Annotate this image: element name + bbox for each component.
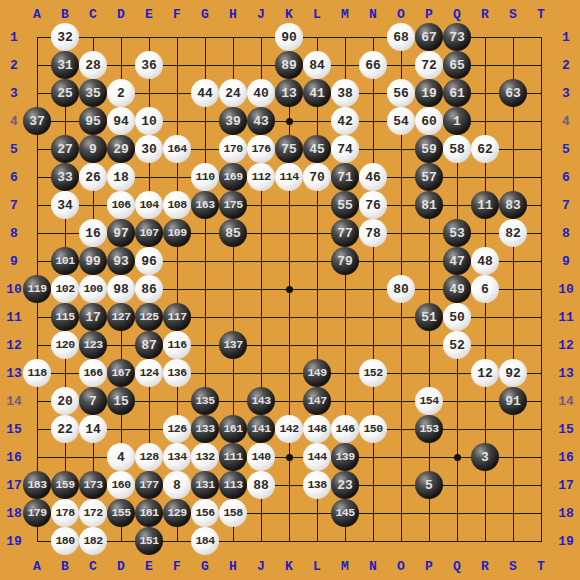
intersection[interactable] [443,443,471,471]
intersection[interactable]: 123 [79,331,107,359]
intersection[interactable]: 50 [443,303,471,331]
intersection[interactable] [23,51,51,79]
intersection[interactable]: 52 [443,331,471,359]
intersection[interactable]: 30 [135,135,163,163]
intersection[interactable]: 158 [219,499,247,527]
intersection[interactable]: 131 [191,471,219,499]
intersection[interactable]: 136 [163,359,191,387]
intersection[interactable] [499,107,527,135]
intersection[interactable]: 37 [23,107,51,135]
intersection[interactable] [163,23,191,51]
intersection[interactable]: 8 [163,471,191,499]
intersection[interactable] [303,107,331,135]
intersection[interactable]: 24 [219,79,247,107]
intersection[interactable] [415,443,443,471]
intersection[interactable] [387,219,415,247]
intersection[interactable] [51,107,79,135]
intersection[interactable]: 75 [275,135,303,163]
intersection[interactable]: 117 [163,303,191,331]
intersection[interactable] [23,79,51,107]
intersection[interactable] [303,247,331,275]
intersection[interactable]: 125 [135,303,163,331]
intersection[interactable] [331,275,359,303]
intersection[interactable] [499,471,527,499]
intersection[interactable] [387,387,415,415]
intersection[interactable]: 178 [51,499,79,527]
intersection[interactable] [499,275,527,303]
intersection[interactable] [471,499,499,527]
intersection[interactable] [499,443,527,471]
intersection[interactable]: 22 [51,415,79,443]
intersection[interactable] [499,247,527,275]
intersection[interactable] [415,247,443,275]
intersection[interactable]: 106 [107,191,135,219]
intersection[interactable] [499,415,527,443]
intersection[interactable]: 134 [163,443,191,471]
intersection[interactable] [499,331,527,359]
intersection[interactable]: 68 [387,23,415,51]
intersection[interactable]: 10 [135,107,163,135]
intersection[interactable] [471,471,499,499]
intersection[interactable] [219,275,247,303]
intersection[interactable]: 133 [191,415,219,443]
intersection[interactable]: 82 [499,219,527,247]
intersection[interactable]: 80 [387,275,415,303]
intersection[interactable] [23,443,51,471]
intersection[interactable] [219,51,247,79]
intersection[interactable] [359,23,387,51]
intersection[interactable]: 152 [359,359,387,387]
intersection[interactable] [275,499,303,527]
intersection[interactable] [359,107,387,135]
intersection[interactable] [331,527,359,555]
intersection[interactable] [303,23,331,51]
intersection[interactable] [163,247,191,275]
intersection[interactable]: 166 [79,359,107,387]
intersection[interactable]: 48 [471,247,499,275]
intersection[interactable] [219,23,247,51]
intersection[interactable]: 126 [163,415,191,443]
intersection[interactable] [303,275,331,303]
intersection[interactable]: 44 [191,79,219,107]
intersection[interactable]: 172 [79,499,107,527]
intersection[interactable]: 40 [247,79,275,107]
intersection[interactable]: 73 [443,23,471,51]
intersection[interactable]: 11 [471,191,499,219]
intersection[interactable] [163,387,191,415]
intersection[interactable] [359,471,387,499]
intersection[interactable] [23,23,51,51]
intersection[interactable] [359,303,387,331]
intersection[interactable]: 83 [499,191,527,219]
intersection[interactable]: 42 [331,107,359,135]
intersection[interactable] [275,275,303,303]
intersection[interactable]: 91 [499,387,527,415]
intersection[interactable] [191,107,219,135]
intersection[interactable] [471,107,499,135]
intersection[interactable]: 104 [135,191,163,219]
intersection[interactable] [331,303,359,331]
intersection[interactable] [387,135,415,163]
intersection[interactable]: 92 [499,359,527,387]
intersection[interactable]: 25 [51,79,79,107]
intersection[interactable] [359,387,387,415]
intersection[interactable] [359,443,387,471]
intersection[interactable] [443,471,471,499]
intersection[interactable] [247,303,275,331]
intersection[interactable] [387,499,415,527]
intersection[interactable] [23,331,51,359]
intersection[interactable]: 107 [135,219,163,247]
intersection[interactable]: 23 [331,471,359,499]
intersection[interactable]: 170 [219,135,247,163]
intersection[interactable]: 46 [359,163,387,191]
intersection[interactable] [471,387,499,415]
intersection[interactable]: 18 [107,163,135,191]
intersection[interactable] [499,163,527,191]
intersection[interactable] [275,471,303,499]
intersection[interactable] [247,247,275,275]
intersection[interactable]: 47 [443,247,471,275]
intersection[interactable] [387,331,415,359]
intersection[interactable]: 163 [191,191,219,219]
intersection[interactable] [527,51,555,79]
intersection[interactable]: 2 [107,79,135,107]
intersection[interactable] [107,527,135,555]
intersection[interactable]: 149 [303,359,331,387]
intersection[interactable] [275,303,303,331]
intersection[interactable]: 176 [247,135,275,163]
intersection[interactable] [163,527,191,555]
intersection[interactable] [387,415,415,443]
intersection[interactable]: 95 [79,107,107,135]
intersection[interactable] [527,23,555,51]
intersection[interactable] [527,163,555,191]
intersection[interactable] [23,219,51,247]
intersection[interactable] [275,387,303,415]
intersection[interactable]: 93 [107,247,135,275]
intersection[interactable]: 14 [79,415,107,443]
intersection[interactable]: 85 [219,219,247,247]
intersection[interactable]: 49 [443,275,471,303]
intersection[interactable] [275,219,303,247]
intersection[interactable]: 96 [135,247,163,275]
intersection[interactable]: 139 [331,443,359,471]
intersection[interactable] [191,303,219,331]
intersection[interactable]: 181 [135,499,163,527]
intersection[interactable]: 113 [219,471,247,499]
intersection[interactable] [471,527,499,555]
intersection[interactable] [471,51,499,79]
intersection[interactable]: 57 [415,163,443,191]
intersection[interactable]: 1 [443,107,471,135]
intersection[interactable] [23,135,51,163]
intersection[interactable]: 54 [387,107,415,135]
intersection[interactable]: 79 [331,247,359,275]
intersection[interactable] [247,499,275,527]
intersection[interactable]: 3 [471,443,499,471]
intersection[interactable]: 13 [275,79,303,107]
intersection[interactable] [275,107,303,135]
intersection[interactable]: 63 [499,79,527,107]
intersection[interactable] [275,359,303,387]
intersection[interactable] [191,51,219,79]
intersection[interactable] [443,499,471,527]
intersection[interactable] [135,163,163,191]
intersection[interactable] [191,23,219,51]
intersection[interactable] [191,135,219,163]
intersection[interactable]: 137 [219,331,247,359]
intersection[interactable] [219,247,247,275]
intersection[interactable]: 115 [51,303,79,331]
intersection[interactable] [191,331,219,359]
intersection[interactable]: 89 [275,51,303,79]
intersection[interactable]: 15 [107,387,135,415]
intersection[interactable] [79,191,107,219]
intersection[interactable] [191,247,219,275]
intersection[interactable]: 156 [191,499,219,527]
intersection[interactable] [303,191,331,219]
intersection[interactable] [275,527,303,555]
intersection[interactable]: 76 [359,191,387,219]
intersection[interactable] [527,499,555,527]
intersection[interactable]: 182 [79,527,107,555]
intersection[interactable]: 101 [51,247,79,275]
intersection[interactable] [275,443,303,471]
intersection[interactable]: 29 [107,135,135,163]
intersection[interactable]: 151 [135,527,163,555]
intersection[interactable] [443,163,471,191]
intersection[interactable]: 155 [107,499,135,527]
intersection[interactable]: 67 [415,23,443,51]
intersection[interactable] [415,359,443,387]
intersection[interactable] [471,163,499,191]
intersection[interactable] [219,359,247,387]
intersection[interactable]: 146 [331,415,359,443]
intersection[interactable]: 27 [51,135,79,163]
intersection[interactable] [163,275,191,303]
intersection[interactable]: 112 [247,163,275,191]
intersection[interactable]: 7 [79,387,107,415]
intersection[interactable]: 164 [163,135,191,163]
intersection[interactable]: 116 [163,331,191,359]
intersection[interactable] [303,527,331,555]
intersection[interactable] [387,359,415,387]
intersection[interactable]: 12 [471,359,499,387]
intersection[interactable] [303,303,331,331]
intersection[interactable]: 144 [303,443,331,471]
intersection[interactable]: 148 [303,415,331,443]
intersection[interactable] [135,415,163,443]
intersection[interactable] [527,247,555,275]
intersection[interactable] [247,359,275,387]
intersection[interactable]: 154 [415,387,443,415]
intersection[interactable]: 99 [79,247,107,275]
intersection[interactable] [275,331,303,359]
intersection[interactable] [247,51,275,79]
intersection[interactable] [499,23,527,51]
intersection[interactable]: 39 [219,107,247,135]
intersection[interactable]: 119 [23,275,51,303]
intersection[interactable] [387,527,415,555]
intersection[interactable] [359,275,387,303]
intersection[interactable] [135,387,163,415]
intersection[interactable]: 102 [51,275,79,303]
intersection[interactable] [331,23,359,51]
intersection[interactable]: 127 [107,303,135,331]
intersection[interactable]: 173 [79,471,107,499]
intersection[interactable]: 88 [247,471,275,499]
intersection[interactable] [527,387,555,415]
intersection[interactable]: 153 [415,415,443,443]
intersection[interactable] [527,471,555,499]
intersection[interactable]: 110 [191,163,219,191]
intersection[interactable]: 175 [219,191,247,219]
intersection[interactable]: 169 [219,163,247,191]
intersection[interactable] [415,527,443,555]
intersection[interactable]: 132 [191,443,219,471]
intersection[interactable]: 147 [303,387,331,415]
intersection[interactable]: 58 [443,135,471,163]
intersection[interactable]: 53 [443,219,471,247]
intersection[interactable] [527,415,555,443]
intersection[interactable] [247,275,275,303]
intersection[interactable]: 20 [51,387,79,415]
intersection[interactable] [191,219,219,247]
intersection[interactable] [387,163,415,191]
intersection[interactable]: 28 [79,51,107,79]
intersection[interactable] [247,219,275,247]
intersection[interactable]: 34 [51,191,79,219]
intersection[interactable]: 86 [135,275,163,303]
intersection[interactable] [107,331,135,359]
intersection[interactable] [499,51,527,79]
intersection[interactable]: 118 [23,359,51,387]
intersection[interactable] [527,527,555,555]
intersection[interactable]: 145 [331,499,359,527]
intersection[interactable] [51,443,79,471]
intersection[interactable] [135,79,163,107]
intersection[interactable]: 36 [135,51,163,79]
intersection[interactable]: 124 [135,359,163,387]
intersection[interactable]: 77 [331,219,359,247]
intersection[interactable]: 128 [135,443,163,471]
intersection[interactable] [527,191,555,219]
intersection[interactable] [51,219,79,247]
intersection[interactable]: 61 [443,79,471,107]
intersection[interactable] [163,163,191,191]
intersection[interactable]: 90 [275,23,303,51]
intersection[interactable]: 135 [191,387,219,415]
intersection[interactable]: 97 [107,219,135,247]
intersection[interactable] [79,23,107,51]
intersection[interactable] [275,191,303,219]
intersection[interactable] [275,247,303,275]
intersection[interactable]: 56 [387,79,415,107]
intersection[interactable] [387,303,415,331]
intersection[interactable] [163,51,191,79]
intersection[interactable] [23,527,51,555]
intersection[interactable] [443,527,471,555]
intersection[interactable] [527,135,555,163]
intersection[interactable]: 6 [471,275,499,303]
intersection[interactable]: 183 [23,471,51,499]
intersection[interactable]: 84 [303,51,331,79]
intersection[interactable] [471,23,499,51]
intersection[interactable]: 41 [303,79,331,107]
intersection[interactable] [387,51,415,79]
intersection[interactable]: 150 [359,415,387,443]
intersection[interactable] [163,107,191,135]
intersection[interactable]: 66 [359,51,387,79]
intersection[interactable] [303,499,331,527]
intersection[interactable] [499,135,527,163]
intersection[interactable]: 142 [275,415,303,443]
intersection[interactable]: 59 [415,135,443,163]
intersection[interactable] [387,191,415,219]
intersection[interactable] [191,275,219,303]
intersection[interactable]: 51 [415,303,443,331]
intersection[interactable] [331,387,359,415]
intersection[interactable]: 159 [51,471,79,499]
intersection[interactable]: 26 [79,163,107,191]
intersection[interactable] [135,23,163,51]
intersection[interactable]: 100 [79,275,107,303]
intersection[interactable]: 33 [51,163,79,191]
intersection[interactable]: 141 [247,415,275,443]
intersection[interactable]: 72 [415,51,443,79]
intersection[interactable]: 9 [79,135,107,163]
intersection[interactable] [527,275,555,303]
intersection[interactable]: 17 [79,303,107,331]
intersection[interactable] [527,219,555,247]
intersection[interactable] [107,23,135,51]
intersection[interactable] [163,79,191,107]
intersection[interactable] [219,387,247,415]
intersection[interactable] [359,135,387,163]
intersection[interactable]: 60 [415,107,443,135]
intersection[interactable]: 5 [415,471,443,499]
intersection[interactable] [415,219,443,247]
intersection[interactable] [23,163,51,191]
intersection[interactable] [499,499,527,527]
intersection[interactable]: 78 [359,219,387,247]
intersection[interactable] [527,359,555,387]
intersection[interactable] [471,303,499,331]
intersection[interactable] [247,331,275,359]
intersection[interactable] [107,51,135,79]
intersection[interactable] [331,51,359,79]
intersection[interactable]: 70 [303,163,331,191]
intersection[interactable] [331,331,359,359]
intersection[interactable] [527,303,555,331]
intersection[interactable]: 180 [51,527,79,555]
intersection[interactable]: 120 [51,331,79,359]
intersection[interactable] [443,387,471,415]
intersection[interactable]: 32 [51,23,79,51]
intersection[interactable] [23,387,51,415]
intersection[interactable]: 98 [107,275,135,303]
intersection[interactable] [443,415,471,443]
intersection[interactable]: 177 [135,471,163,499]
intersection[interactable] [247,23,275,51]
intersection[interactable] [527,443,555,471]
intersection[interactable] [79,443,107,471]
intersection[interactable] [51,359,79,387]
intersection[interactable] [527,107,555,135]
intersection[interactable]: 94 [107,107,135,135]
intersection[interactable]: 167 [107,359,135,387]
